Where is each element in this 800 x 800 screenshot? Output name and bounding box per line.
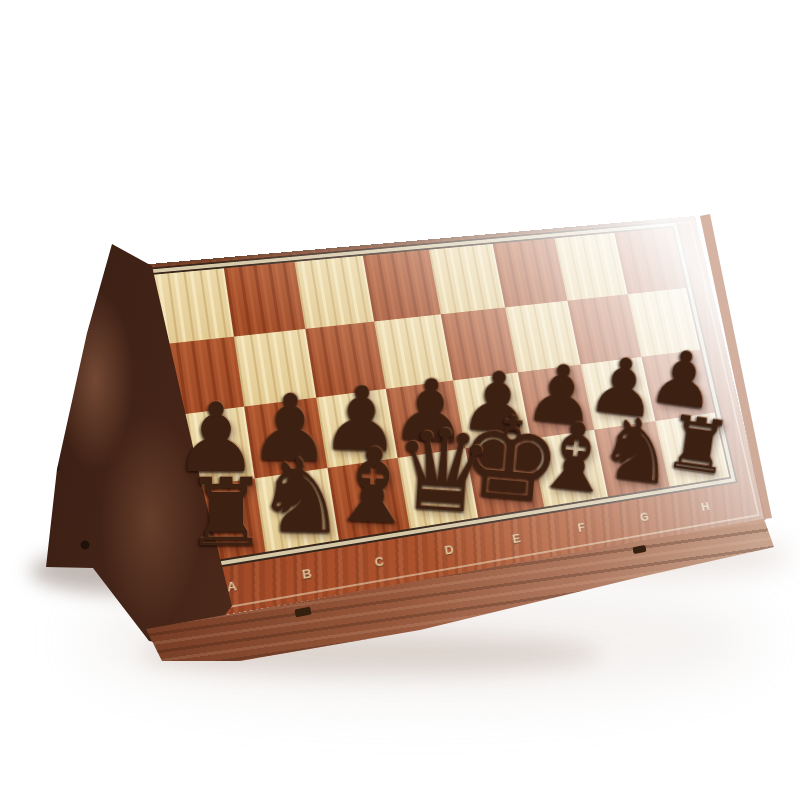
piece-dark-rook-a1[interactable]: ♜ (184, 466, 268, 560)
product-photo-stage: 1234 ABCDEFGH ♟♟♟♟♟♟♟♟♜♞♝♛♚♝♞♜ (0, 0, 800, 800)
pieces-layer: ♟♟♟♟♟♟♟♟♜♞♝♛♚♝♞♜ (0, 0, 800, 800)
